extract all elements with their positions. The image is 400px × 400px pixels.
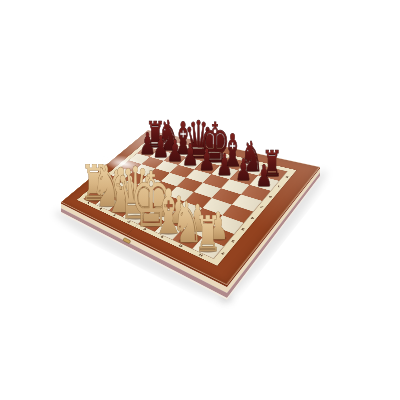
gloss-sheen bbox=[61, 130, 320, 285]
chess-set-product-photo: ABCDEFGH12345678 ♜♞♟♝♟♛♟♚♟♝♟♞♟♜♟♟♟♟♜♟♞♟♝… bbox=[0, 0, 400, 400]
chess-board: ABCDEFGH12345678 bbox=[61, 130, 320, 285]
clasp bbox=[123, 238, 131, 244]
